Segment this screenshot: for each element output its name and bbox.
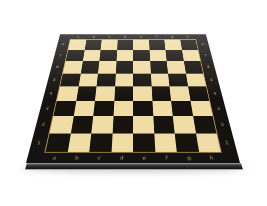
file-label-bottom-c: c bbox=[88, 153, 111, 163]
square-e8[interactable] bbox=[133, 40, 149, 50]
square-h1[interactable] bbox=[196, 133, 221, 152]
square-e5[interactable] bbox=[133, 73, 151, 86]
square-b5[interactable] bbox=[78, 73, 98, 86]
square-b7[interactable] bbox=[82, 50, 100, 61]
square-e1[interactable] bbox=[133, 133, 155, 152]
square-f6[interactable] bbox=[150, 61, 168, 73]
square-e4[interactable] bbox=[133, 86, 152, 100]
square-g4[interactable] bbox=[169, 86, 190, 100]
square-h8[interactable] bbox=[180, 40, 198, 50]
square-g2[interactable] bbox=[173, 116, 196, 133]
file-label-bottom-g: g bbox=[177, 153, 201, 163]
square-d2[interactable] bbox=[112, 116, 133, 133]
square-a8[interactable] bbox=[68, 40, 86, 50]
square-f2[interactable] bbox=[153, 116, 175, 133]
square-h7[interactable] bbox=[182, 50, 201, 61]
square-a6[interactable] bbox=[63, 61, 83, 73]
file-label-bottom-a: a bbox=[42, 153, 66, 163]
square-g6[interactable] bbox=[167, 61, 186, 73]
square-g5[interactable] bbox=[168, 73, 188, 86]
file-label-bottom-h: h bbox=[200, 153, 224, 163]
square-h5[interactable] bbox=[186, 73, 206, 86]
square-c3[interactable] bbox=[93, 101, 114, 117]
square-c7[interactable] bbox=[99, 50, 116, 61]
square-d5[interactable] bbox=[115, 73, 133, 86]
file-label-bottom-f: f bbox=[155, 153, 178, 163]
square-h6[interactable] bbox=[184, 61, 204, 73]
square-h4[interactable] bbox=[188, 86, 209, 100]
file-label-bottom-d: d bbox=[110, 153, 133, 163]
square-f3[interactable] bbox=[152, 101, 173, 117]
square-c6[interactable] bbox=[98, 61, 116, 73]
chessboard: abcdefgh abcdefgh 87654321 87654321 bbox=[26, 34, 240, 163]
square-a7[interactable] bbox=[66, 50, 85, 61]
square-b4[interactable] bbox=[76, 86, 97, 100]
board-grid bbox=[44, 39, 221, 152]
square-b1[interactable] bbox=[67, 133, 91, 152]
square-c4[interactable] bbox=[95, 86, 115, 100]
board-side-edge bbox=[25, 163, 243, 170]
square-c2[interactable] bbox=[91, 116, 113, 133]
square-f5[interactable] bbox=[151, 73, 170, 86]
square-h3[interactable] bbox=[190, 101, 212, 117]
square-e6[interactable] bbox=[133, 61, 151, 73]
square-d3[interactable] bbox=[113, 101, 133, 117]
square-d7[interactable] bbox=[116, 50, 133, 61]
square-b2[interactable] bbox=[70, 116, 93, 133]
square-h2[interactable] bbox=[193, 116, 217, 133]
file-label-bottom-b: b bbox=[65, 153, 89, 163]
product-photo: abcdefgh abcdefgh 87654321 87654321 bbox=[0, 0, 267, 206]
square-f8[interactable] bbox=[149, 40, 166, 50]
square-a5[interactable] bbox=[60, 73, 80, 86]
file-label-bottom-e: e bbox=[133, 153, 156, 163]
square-c5[interactable] bbox=[97, 73, 116, 86]
square-b6[interactable] bbox=[80, 61, 99, 73]
square-d6[interactable] bbox=[115, 61, 133, 73]
square-g3[interactable] bbox=[171, 101, 193, 117]
square-g8[interactable] bbox=[164, 40, 181, 50]
square-g7[interactable] bbox=[165, 50, 183, 61]
square-d8[interactable] bbox=[117, 40, 133, 50]
square-d1[interactable] bbox=[111, 133, 133, 152]
file-labels-bottom: abcdefgh bbox=[42, 153, 224, 163]
square-f4[interactable] bbox=[151, 86, 171, 100]
square-a3[interactable] bbox=[53, 101, 75, 117]
square-d4[interactable] bbox=[114, 86, 133, 100]
square-a4[interactable] bbox=[57, 86, 78, 100]
square-e7[interactable] bbox=[133, 50, 150, 61]
square-f7[interactable] bbox=[149, 50, 166, 61]
square-c8[interactable] bbox=[101, 40, 118, 50]
square-f1[interactable] bbox=[154, 133, 177, 152]
square-b8[interactable] bbox=[84, 40, 101, 50]
square-c1[interactable] bbox=[89, 133, 112, 152]
square-e3[interactable] bbox=[133, 101, 153, 117]
square-e2[interactable] bbox=[133, 116, 154, 133]
square-b3[interactable] bbox=[73, 101, 95, 117]
